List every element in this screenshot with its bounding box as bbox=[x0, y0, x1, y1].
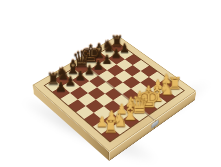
square-b5[interactable] bbox=[78, 93, 96, 106]
square-a5[interactable] bbox=[68, 99, 86, 112]
square-c4[interactable] bbox=[95, 94, 113, 107]
square-c5[interactable] bbox=[87, 87, 104, 99]
black-pawn-glyph: ♟ bbox=[55, 80, 67, 93]
square-a4[interactable] bbox=[76, 106, 94, 119]
square-d4[interactable] bbox=[105, 88, 122, 100]
square-b4[interactable] bbox=[86, 100, 104, 113]
product-photo-stage: ♜♞♝♛♚♝♞♜♟♟♟♟♟♟♟♟♟♟♟♟♟♟♟♟♜♞♝♛♚♝♞♜ bbox=[0, 0, 221, 167]
chess-board[interactable]: ♜♞♝♛♚♝♞♜♟♟♟♟♟♟♟♟♟♟♟♟♟♟♟♟♜♞♝♛♚♝♞♜ bbox=[33, 35, 197, 152]
square-a6[interactable] bbox=[60, 93, 78, 106]
white-rook-glyph: ♜ bbox=[103, 119, 118, 136]
square-b6[interactable] bbox=[70, 87, 87, 99]
